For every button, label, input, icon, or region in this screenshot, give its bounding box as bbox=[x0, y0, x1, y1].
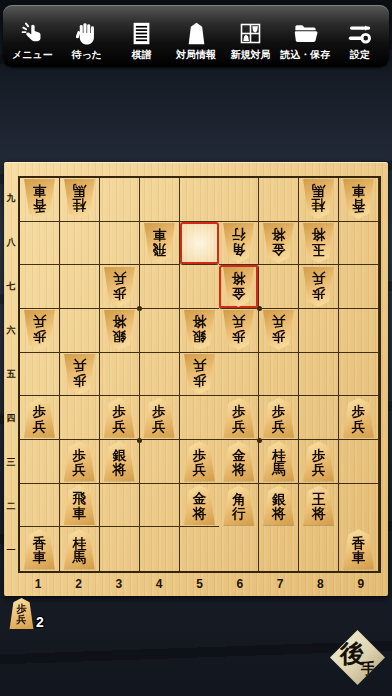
new-game-button[interactable]: 新規対局 bbox=[223, 7, 278, 64]
cell-1七[interactable] bbox=[20, 265, 60, 309]
cell-4三[interactable] bbox=[140, 440, 180, 484]
folder-icon bbox=[292, 20, 319, 47]
rank-labels: 九八七六五四三二一 bbox=[4, 176, 18, 573]
app-screen: メニュー 待った bbox=[0, 0, 392, 696]
cell-4九[interactable] bbox=[140, 178, 180, 222]
cell-8五[interactable] bbox=[299, 353, 339, 397]
cell-6三[interactable]: 金将 bbox=[219, 440, 259, 484]
cell-7四[interactable]: 歩兵 bbox=[259, 396, 299, 440]
cell-2五[interactable]: 歩兵 bbox=[60, 353, 100, 397]
shogi-piece[interactable]: 歩兵 bbox=[22, 398, 57, 438]
cell-1四[interactable]: 歩兵 bbox=[20, 396, 60, 440]
shogi-piece[interactable]: 歩兵 bbox=[301, 267, 336, 307]
cell-6一[interactable] bbox=[219, 527, 259, 571]
cell-9二[interactable] bbox=[339, 484, 379, 528]
shogi-piece[interactable]: 香車 bbox=[22, 179, 57, 219]
board-grid: 香車桂馬桂馬香車飛車角行金将玉将歩兵金将歩兵歩兵銀将銀将歩兵歩兵歩兵歩兵歩兵歩兵… bbox=[18, 176, 381, 573]
cell-3三[interactable]: 銀将 bbox=[100, 440, 140, 484]
cell-9八[interactable] bbox=[339, 222, 379, 266]
cell-8九[interactable]: 桂馬 bbox=[299, 178, 339, 222]
game-info-button[interactable]: 対局情報 bbox=[169, 7, 224, 64]
shogi-piece[interactable]: 銀将 bbox=[102, 310, 137, 350]
shogi-piece[interactable]: 歩兵 bbox=[221, 310, 256, 350]
new-game-label: 新規対局 bbox=[231, 48, 271, 62]
cell-2七[interactable] bbox=[60, 265, 100, 309]
cell-6八[interactable]: 角行 bbox=[219, 222, 259, 266]
shogi-piece[interactable]: 角行 bbox=[221, 485, 256, 525]
shogi-piece[interactable]: 金将 bbox=[221, 267, 256, 307]
cell-4一[interactable] bbox=[140, 527, 180, 571]
shogi-piece[interactable]: 桂馬 bbox=[62, 529, 97, 569]
cell-6二[interactable]: 角行 bbox=[219, 484, 259, 528]
cell-8二[interactable]: 王将 bbox=[299, 484, 339, 528]
menu-button[interactable]: メニュー bbox=[5, 7, 60, 64]
cell-2四[interactable] bbox=[60, 396, 100, 440]
shogi-piece[interactable]: 角行 bbox=[221, 223, 256, 263]
cell-7五[interactable] bbox=[259, 353, 299, 397]
record-document-icon bbox=[128, 20, 155, 47]
file-labels: 123456789 bbox=[18, 574, 381, 594]
shogi-piece[interactable]: 歩兵 bbox=[62, 354, 97, 394]
shogi-piece[interactable]: 桂馬 bbox=[62, 179, 97, 219]
kifu-label: 棋譜 bbox=[131, 48, 151, 62]
shogi-piece[interactable]: 香車 bbox=[341, 179, 376, 219]
cell-5七[interactable] bbox=[180, 265, 220, 309]
cell-9三[interactable] bbox=[339, 440, 379, 484]
load-save-button[interactable]: 読込・保存 bbox=[278, 7, 333, 64]
shogi-piece[interactable]: 飛車 bbox=[142, 223, 177, 263]
cell-7八[interactable]: 金将 bbox=[259, 222, 299, 266]
cell-3八[interactable] bbox=[100, 222, 140, 266]
new-board-icon bbox=[237, 20, 264, 47]
cell-4四[interactable]: 歩兵 bbox=[140, 396, 180, 440]
cell-2八[interactable] bbox=[60, 222, 100, 266]
shogi-piece[interactable]: 銀将 bbox=[182, 310, 217, 350]
undo-label: 待った bbox=[72, 48, 102, 62]
shogi-piece[interactable]: 銀将 bbox=[261, 485, 296, 525]
cell-9五[interactable] bbox=[339, 353, 379, 397]
cell-7二[interactable]: 銀将 bbox=[259, 484, 299, 528]
shogi-piece[interactable]: 歩兵 bbox=[261, 398, 296, 438]
cell-8三[interactable]: 歩兵 bbox=[299, 440, 339, 484]
shogi-piece[interactable]: 桂馬 bbox=[261, 441, 296, 481]
cell-3二[interactable] bbox=[100, 484, 140, 528]
cell-2一[interactable]: 桂馬 bbox=[60, 527, 100, 571]
shogi-piece[interactable]: 金将 bbox=[182, 485, 217, 525]
hand-piece[interactable]: 歩兵 bbox=[8, 598, 35, 629]
shogi-piece[interactable]: 金将 bbox=[221, 441, 256, 481]
cell-6五[interactable] bbox=[219, 353, 259, 397]
cell-1二[interactable] bbox=[20, 484, 60, 528]
load-save-label: 読込・保存 bbox=[280, 48, 330, 62]
cell-4八[interactable]: 飛車 bbox=[140, 222, 180, 266]
cell-5四[interactable] bbox=[180, 396, 220, 440]
undo-button[interactable]: 待った bbox=[60, 7, 115, 64]
cell-9七[interactable] bbox=[339, 265, 379, 309]
hand-piece-count: 2 bbox=[36, 614, 44, 630]
shogi-piece[interactable]: 歩兵 bbox=[22, 310, 57, 350]
cell-1六[interactable]: 歩兵 bbox=[20, 309, 60, 353]
cell-8一[interactable] bbox=[299, 527, 339, 571]
shogi-piece[interactable]: 桂馬 bbox=[301, 179, 336, 219]
cell-7九[interactable] bbox=[259, 178, 299, 222]
cell-7一[interactable] bbox=[259, 527, 299, 571]
cell-7三[interactable]: 桂馬 bbox=[259, 440, 299, 484]
cell-3一[interactable] bbox=[100, 527, 140, 571]
shogi-piece[interactable]: 歩兵 bbox=[62, 441, 97, 481]
cell-2三[interactable]: 歩兵 bbox=[60, 440, 100, 484]
cell-8六[interactable] bbox=[299, 309, 339, 353]
shogi-piece[interactable]: 銀将 bbox=[102, 441, 137, 481]
cell-9九[interactable]: 香車 bbox=[339, 178, 379, 222]
shogi-piece[interactable]: 歩兵 bbox=[142, 398, 177, 438]
captured-pieces-tray: 歩兵 2 bbox=[8, 598, 68, 638]
cell-1五[interactable] bbox=[20, 353, 60, 397]
cell-2九[interactable]: 桂馬 bbox=[60, 178, 100, 222]
cell-8七[interactable]: 歩兵 bbox=[299, 265, 339, 309]
shogi-piece-icon bbox=[183, 20, 210, 47]
cell-7六[interactable]: 歩兵 bbox=[259, 309, 299, 353]
cell-3九[interactable] bbox=[100, 178, 140, 222]
shogi-piece[interactable]: 歩兵 bbox=[301, 441, 336, 481]
cell-2六[interactable] bbox=[60, 309, 100, 353]
cell-4五[interactable] bbox=[140, 353, 180, 397]
shogi-piece[interactable]: 玉将 bbox=[301, 223, 336, 263]
cell-4七[interactable] bbox=[140, 265, 180, 309]
stop-hand-icon bbox=[73, 20, 100, 47]
cell-9一[interactable]: 香車 bbox=[339, 527, 379, 571]
cell-5六[interactable]: 銀将 bbox=[180, 309, 220, 353]
cell-6七[interactable]: 金将 bbox=[219, 265, 259, 309]
shogi-piece[interactable]: 歩兵 bbox=[102, 398, 137, 438]
cell-5五[interactable]: 歩兵 bbox=[180, 353, 220, 397]
shogi-piece[interactable]: 歩兵 bbox=[182, 441, 217, 481]
cell-5二[interactable]: 金将 bbox=[180, 484, 220, 528]
cell-1三[interactable] bbox=[20, 440, 60, 484]
game-info-label: 対局情報 bbox=[176, 48, 216, 62]
menu-label: メニュー bbox=[12, 48, 53, 62]
cell-5八[interactable] bbox=[180, 222, 220, 266]
shogi-piece[interactable]: 歩兵 bbox=[261, 310, 296, 350]
shogi-piece[interactable]: 歩兵 bbox=[221, 398, 256, 438]
cell-6六[interactable]: 歩兵 bbox=[219, 309, 259, 353]
cell-3五[interactable] bbox=[100, 353, 140, 397]
side-badge-small-char: 手 bbox=[361, 660, 376, 679]
cell-3四[interactable]: 歩兵 bbox=[100, 396, 140, 440]
cell-8四[interactable] bbox=[299, 396, 339, 440]
shogi-piece[interactable]: 香車 bbox=[22, 529, 57, 569]
cell-1一[interactable]: 香車 bbox=[20, 527, 60, 571]
cell-8八[interactable]: 玉将 bbox=[299, 222, 339, 266]
shogi-piece[interactable]: 王将 bbox=[301, 485, 336, 525]
shogi-piece[interactable]: 金将 bbox=[261, 223, 296, 263]
cell-1八[interactable] bbox=[20, 222, 60, 266]
shogi-piece[interactable]: 飛車 bbox=[62, 485, 97, 525]
cell-3六[interactable]: 銀将 bbox=[100, 309, 140, 353]
cell-5一[interactable] bbox=[180, 527, 220, 571]
tools-icon bbox=[346, 20, 373, 47]
tap-hand-icon bbox=[19, 20, 46, 47]
cell-7七[interactable] bbox=[259, 265, 299, 309]
shogi-board: 九八七六五四三二一 123456789 香車桂馬桂馬香車飛車角行金将玉将歩兵金将… bbox=[4, 162, 388, 596]
shogi-piece[interactable]: 香車 bbox=[341, 529, 376, 569]
side-badge: 後 手 bbox=[330, 630, 385, 685]
settings-label: 設定 bbox=[350, 48, 370, 62]
cell-2二[interactable]: 飛車 bbox=[60, 484, 100, 528]
cell-1九[interactable]: 香車 bbox=[20, 178, 60, 222]
shogi-piece[interactable]: 歩兵 bbox=[341, 398, 376, 438]
shogi-piece[interactable]: 歩兵 bbox=[182, 354, 217, 394]
cell-4二[interactable] bbox=[140, 484, 180, 528]
settings-button[interactable]: 設定 bbox=[332, 7, 387, 64]
kifu-button[interactable]: 棋譜 bbox=[114, 7, 169, 64]
cell-9四[interactable]: 歩兵 bbox=[339, 396, 379, 440]
cell-4六[interactable] bbox=[140, 309, 180, 353]
cell-3七[interactable]: 歩兵 bbox=[100, 265, 140, 309]
cell-5三[interactable]: 歩兵 bbox=[180, 440, 220, 484]
cell-6九[interactable] bbox=[219, 178, 259, 222]
cell-5九[interactable] bbox=[180, 178, 220, 222]
toolbar: メニュー 待った bbox=[3, 5, 389, 67]
cell-6四[interactable]: 歩兵 bbox=[219, 396, 259, 440]
cell-9六[interactable] bbox=[339, 309, 379, 353]
shogi-piece[interactable]: 歩兵 bbox=[102, 267, 137, 307]
